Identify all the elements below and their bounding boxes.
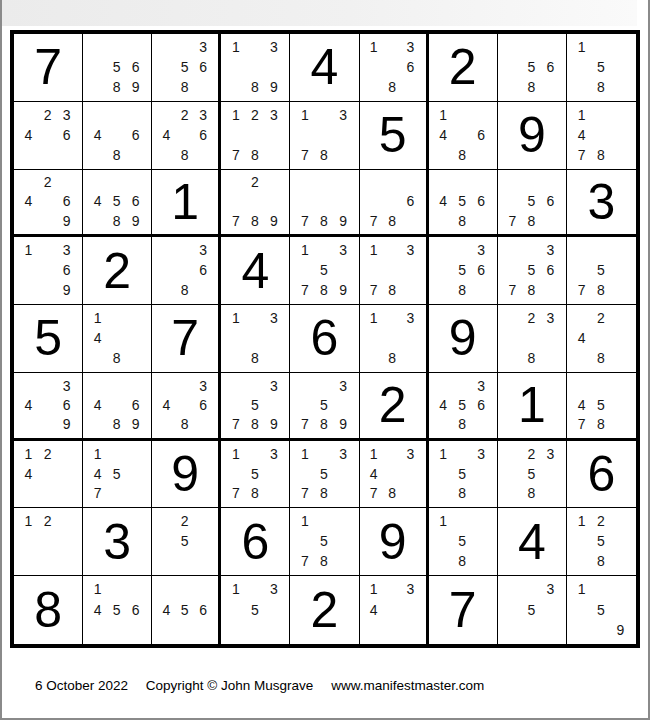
candidate-digit: 1: [88, 579, 107, 599]
pencil-marks: 3568: [152, 34, 218, 101]
cell-r4c7[interactable]: 3568: [429, 237, 498, 305]
candidate-digit: 9: [334, 414, 353, 433]
candidate-digit: 8: [245, 414, 264, 433]
given-digit: 4: [311, 42, 339, 92]
candidate-digit: 5: [107, 464, 126, 484]
candidate-digit: 8: [176, 280, 194, 300]
candidate-digit: 9: [57, 280, 76, 300]
candidate-digit: 8: [453, 280, 472, 300]
candidate-digit: 1: [226, 579, 245, 599]
pencil-marks: 134: [360, 576, 426, 644]
candidate-digit: 8: [383, 77, 401, 97]
candidate-digit: 6: [472, 260, 491, 280]
cell-r4c5[interactable]: 135789: [290, 237, 359, 305]
cell-r3c8[interactable]: 5678: [498, 170, 567, 238]
candidate-digit: 8: [314, 551, 333, 571]
candidate-digit: 1: [365, 240, 383, 260]
candidate-digit: 2: [522, 444, 541, 464]
cell-r3c1[interactable]: 2469: [14, 170, 83, 238]
candidate-digit: 4: [88, 125, 107, 145]
cell-r6c1[interactable]: 3469: [14, 373, 83, 441]
given-digit: 2: [379, 380, 407, 430]
pencil-marks: 3469: [14, 373, 82, 438]
cell-r7c8[interactable]: 2358: [498, 441, 567, 509]
candidate-digit: 5: [314, 260, 333, 280]
candidate-digit: 8: [107, 145, 126, 165]
candidate-digit: 6: [541, 192, 560, 211]
given-digit: 4: [518, 517, 546, 567]
candidate-digit: 7: [365, 484, 383, 504]
footer-date: 6 October 2022: [35, 678, 128, 693]
cell-r1c6[interactable]: 1368: [360, 34, 429, 102]
candidate-digit: 1: [365, 308, 383, 328]
pencil-marks: 238: [498, 305, 566, 372]
pencil-marks: 4568: [429, 170, 497, 235]
pencil-marks: 35678: [498, 237, 566, 304]
candidate-digit: 6: [472, 395, 491, 414]
pencil-marks: 23468: [152, 102, 218, 169]
cell-r9c7[interactable]: 7: [429, 576, 498, 644]
candidate-digit: 7: [226, 484, 245, 504]
candidate-digit: 7: [226, 145, 245, 165]
candidate-digit: 4: [157, 599, 175, 619]
cell-r6c8[interactable]: 1: [498, 373, 567, 441]
candidate-digit: 5: [245, 464, 264, 484]
pencil-marks: 578: [567, 237, 636, 304]
candidate-digit: 6: [472, 192, 491, 211]
pencil-marks: 1258: [567, 508, 636, 575]
footer: 6 October 2022 Copyright © John Musgrave…: [35, 678, 484, 693]
given-digit: 2: [311, 585, 339, 635]
candidate-digit: 3: [264, 37, 283, 57]
cell-r6c6[interactable]: 2: [360, 373, 429, 441]
candidate-digit: 5: [453, 395, 472, 414]
candidate-digit: 6: [57, 192, 76, 211]
candidate-digit: 9: [334, 280, 353, 300]
candidate-digit: 5: [591, 260, 610, 280]
candidate-digit: 5: [245, 599, 264, 619]
candidate-digit: 1: [434, 511, 453, 531]
candidate-digit: 5: [314, 464, 333, 484]
cell-r2c1[interactable]: 2346: [14, 102, 83, 170]
candidate-digit: 3: [541, 308, 560, 328]
cell-r8c1[interactable]: 12: [14, 508, 83, 576]
candidate-digit: 5: [314, 531, 333, 551]
candidate-digit: 6: [126, 599, 145, 619]
candidate-digit: 6: [401, 192, 419, 211]
cell-r7c7[interactable]: 1358: [429, 441, 498, 509]
candidate-digit: 6: [194, 125, 212, 145]
candidate-digit: 7: [572, 145, 591, 165]
pencil-marks: 789: [290, 170, 358, 235]
cell-r8c3[interactable]: 25: [152, 508, 221, 576]
cell-r1c9[interactable]: 158: [567, 34, 636, 102]
pencil-marks: 35: [498, 576, 566, 644]
cell-r9c6[interactable]: 134: [360, 576, 429, 644]
cell-r8c8[interactable]: 4: [498, 508, 567, 576]
candidate-digit: 9: [264, 211, 283, 230]
candidate-digit: 5: [176, 57, 194, 77]
candidate-digit: 5: [522, 599, 541, 619]
candidate-digit: 6: [541, 57, 560, 77]
cell-r9c5[interactable]: 2: [290, 576, 359, 644]
candidate-digit: 9: [126, 211, 145, 230]
candidate-digit: 8: [245, 77, 264, 97]
cell-r6c9[interactable]: 4578: [567, 373, 636, 441]
candidate-digit: 5: [591, 531, 610, 551]
candidate-digit: 8: [453, 484, 472, 504]
candidate-digit: 3: [334, 105, 353, 125]
given-digit: 9: [171, 449, 199, 499]
cell-r4c6[interactable]: 1378: [360, 237, 429, 305]
sudoku-board: 7568935681389413682568158234646823468123…: [10, 30, 640, 648]
candidate-digit: 8: [591, 551, 610, 571]
cell-r6c7[interactable]: 34568: [429, 373, 498, 441]
candidate-digit: 1: [19, 240, 38, 260]
pencil-marks: 1378: [290, 102, 358, 169]
candidate-digit: 7: [226, 211, 245, 230]
cell-r5c5[interactable]: 6: [290, 305, 359, 373]
cell-r7c2[interactable]: 1457: [83, 441, 152, 509]
candidate-digit: 7: [295, 211, 314, 230]
candidate-digit: 2: [522, 308, 541, 328]
candidate-digit: 4: [572, 328, 591, 348]
pencil-marks: 1468: [429, 102, 497, 169]
candidate-digit: 6: [57, 395, 76, 414]
candidate-digit: 2: [245, 173, 264, 192]
pencil-marks: 1389: [221, 34, 289, 101]
candidate-digit: 6: [126, 192, 145, 211]
candidate-digit: 7: [295, 414, 314, 433]
candidate-digit: 5: [453, 464, 472, 484]
cell-r9c4[interactable]: 135: [221, 576, 290, 644]
cell-r1c8[interactable]: 568: [498, 34, 567, 102]
candidate-digit: 5: [522, 260, 541, 280]
candidate-digit: 8: [522, 484, 541, 504]
cell-r3c5[interactable]: 789: [290, 170, 359, 238]
cell-r2c3[interactable]: 23468: [152, 102, 221, 170]
cell-r5c7[interactable]: 9: [429, 305, 498, 373]
candidate-digit: 5: [453, 531, 472, 551]
candidate-digit: 1: [295, 105, 314, 125]
candidate-digit: 8: [176, 77, 194, 97]
candidate-digit: 2: [38, 105, 57, 125]
candidate-digit: 1: [365, 37, 383, 57]
cell-r1c2[interactable]: 5689: [83, 34, 152, 102]
candidate-digit: 3: [401, 308, 419, 328]
cell-r2c7[interactable]: 1468: [429, 102, 498, 170]
cell-r1c5[interactable]: 4: [290, 34, 359, 102]
cell-r8c4[interactable]: 6: [221, 508, 290, 576]
candidate-digit: 5: [107, 57, 126, 77]
candidate-digit: 6: [541, 260, 560, 280]
candidate-digit: 1: [434, 444, 453, 464]
pencil-marks: 1368: [360, 34, 426, 101]
candidate-digit: 4: [365, 599, 383, 619]
pencil-marks: 1478: [567, 102, 636, 169]
cell-r5c3[interactable]: 7: [152, 305, 221, 373]
candidate-digit: 3: [57, 105, 76, 125]
candidate-digit: 7: [295, 280, 314, 300]
pencil-marks: 13578: [221, 441, 289, 508]
cell-r1c3[interactable]: 3568: [152, 34, 221, 102]
candidate-digit: 8: [383, 280, 401, 300]
candidate-digit: 3: [194, 105, 212, 125]
given-digit: 1: [171, 177, 199, 227]
candidate-digit: 8: [453, 551, 472, 571]
candidate-digit: 4: [88, 328, 107, 348]
candidate-digit: 4: [19, 125, 38, 145]
candidate-digit: 5: [314, 395, 333, 414]
given-digit: 4: [241, 246, 269, 296]
cell-r4c3[interactable]: 368: [152, 237, 221, 305]
candidate-digit: 9: [264, 414, 283, 433]
cell-r9c2[interactable]: 1456: [83, 576, 152, 644]
cell-r9c1[interactable]: 8: [14, 576, 83, 644]
candidate-digit: 5: [522, 57, 541, 77]
pencil-marks: 25: [152, 508, 218, 575]
cell-r8c7[interactable]: 158: [429, 508, 498, 576]
cell-r6c2[interactable]: 4689: [83, 373, 152, 441]
cell-r9c8[interactable]: 35: [498, 576, 567, 644]
candidate-digit: 8: [245, 484, 264, 504]
pencil-marks: 2346: [14, 102, 82, 169]
candidate-digit: 3: [264, 308, 283, 328]
cell-r7c4[interactable]: 13578: [221, 441, 290, 509]
candidate-digit: 8: [383, 484, 401, 504]
candidate-digit: 8: [314, 484, 333, 504]
cell-r3c7[interactable]: 4568: [429, 170, 498, 238]
candidate-digit: 6: [401, 57, 419, 77]
candidate-digit: 8: [522, 77, 541, 97]
candidate-digit: 5: [176, 599, 194, 619]
cell-r1c7[interactable]: 2: [429, 34, 498, 102]
pencil-marks: 1457: [83, 441, 151, 508]
candidate-digit: 8: [453, 414, 472, 433]
candidate-digit: 1: [434, 105, 453, 125]
cell-r3c2[interactable]: 45689: [83, 170, 152, 238]
candidate-digit: 4: [88, 599, 107, 619]
candidate-digit: 9: [126, 414, 145, 433]
candidate-digit: 1: [572, 511, 591, 531]
pencil-marks: 35789: [290, 373, 358, 438]
pencil-marks: 138: [360, 305, 426, 372]
pencil-marks: 4578: [567, 373, 636, 438]
cell-r4c2[interactable]: 2: [83, 237, 152, 305]
cell-r2c2[interactable]: 468: [83, 102, 152, 170]
given-digit: 6: [311, 313, 339, 363]
cell-r1c1[interactable]: 7: [14, 34, 83, 102]
pencil-marks: 35789: [221, 373, 289, 438]
candidate-digit: 1: [295, 444, 314, 464]
candidate-digit: 8: [107, 211, 126, 230]
candidate-digit: 2: [176, 105, 194, 125]
cell-r7c9[interactable]: 6: [567, 441, 636, 509]
given-digit: 8: [34, 585, 62, 635]
candidate-digit: 3: [264, 579, 283, 599]
candidate-digit: 1: [226, 105, 245, 125]
cell-r8c5[interactable]: 1578: [290, 508, 359, 576]
given-digit: 3: [588, 177, 616, 227]
candidate-digit: 1: [365, 444, 383, 464]
cell-r5c2[interactable]: 148: [83, 305, 152, 373]
candidate-digit: 1: [572, 579, 591, 599]
candidate-digit: 5: [453, 260, 472, 280]
candidate-digit: 8: [591, 145, 610, 165]
candidate-digit: 3: [194, 240, 212, 260]
cell-r3c4[interactable]: 2789: [221, 170, 290, 238]
candidate-digit: 3: [472, 444, 491, 464]
cell-r8c2[interactable]: 3: [83, 508, 152, 576]
candidate-digit: 3: [541, 444, 560, 464]
cell-r5c9[interactable]: 248: [567, 305, 636, 373]
pencil-marks: 456: [152, 576, 218, 644]
candidate-digit: 8: [591, 348, 610, 368]
candidate-digit: 9: [57, 414, 76, 433]
cell-r1c4[interactable]: 1389: [221, 34, 290, 102]
pencil-marks: 138: [221, 305, 289, 372]
candidate-digit: 4: [157, 125, 175, 145]
candidate-digit: 3: [264, 105, 283, 125]
candidate-digit: 7: [503, 280, 522, 300]
cell-r2c6[interactable]: 5: [360, 102, 429, 170]
cell-r3c9[interactable]: 3: [567, 170, 636, 238]
candidate-digit: 1: [226, 308, 245, 328]
candidate-digit: 2: [176, 511, 194, 531]
candidate-digit: 8: [383, 211, 401, 230]
candidate-digit: 8: [522, 348, 541, 368]
pencil-marks: 5678: [498, 170, 566, 235]
candidate-digit: 6: [194, 599, 212, 619]
cell-r5c4[interactable]: 138: [221, 305, 290, 373]
candidate-digit: 6: [126, 125, 145, 145]
pencil-marks: 1369: [14, 237, 82, 304]
cell-r2c5[interactable]: 1378: [290, 102, 359, 170]
candidate-digit: 2: [591, 511, 610, 531]
candidate-digit: 6: [57, 125, 76, 145]
candidate-digit: 1: [226, 37, 245, 57]
candidate-digit: 3: [264, 444, 283, 464]
pencil-marks: 5689: [83, 34, 151, 101]
cell-r7c1[interactable]: 124: [14, 441, 83, 509]
candidate-digit: 5: [107, 192, 126, 211]
cell-r4c4[interactable]: 4: [221, 237, 290, 305]
given-digit: 2: [103, 246, 131, 296]
pencil-marks: 124: [14, 441, 82, 508]
candidate-digit: 7: [572, 414, 591, 433]
cell-r4c1[interactable]: 1369: [14, 237, 83, 305]
candidate-digit: 4: [19, 192, 38, 211]
cell-r7c5[interactable]: 13578: [290, 441, 359, 509]
candidate-digit: 9: [126, 77, 145, 97]
candidate-digit: 7: [295, 551, 314, 571]
cell-r4c8[interactable]: 35678: [498, 237, 567, 305]
cell-r2c8[interactable]: 9: [498, 102, 567, 170]
candidate-digit: 8: [176, 414, 194, 433]
cell-r9c9[interactable]: 159: [567, 576, 636, 644]
cell-r9c3[interactable]: 456: [152, 576, 221, 644]
cell-r3c6[interactable]: 678: [360, 170, 429, 238]
candidate-digit: 3: [401, 444, 419, 464]
given-digit: 1: [518, 380, 546, 430]
cell-r7c6[interactable]: 13478: [360, 441, 429, 509]
given-digit: 3: [103, 517, 131, 567]
pencil-marks: 248: [567, 305, 636, 372]
cell-r8c9[interactable]: 1258: [567, 508, 636, 576]
cell-r7c3[interactable]: 9: [152, 441, 221, 509]
candidate-digit: 6: [194, 57, 212, 77]
candidate-digit: 4: [365, 464, 383, 484]
footer-copyright: Copyright © John Musgrave: [146, 678, 314, 693]
candidate-digit: 6: [194, 395, 212, 414]
cell-r2c4[interactable]: 12378: [221, 102, 290, 170]
cell-r6c4[interactable]: 35789: [221, 373, 290, 441]
pencil-marks: 135789: [290, 237, 358, 304]
candidate-digit: 8: [176, 145, 194, 165]
candidate-digit: 7: [295, 484, 314, 504]
cell-r6c3[interactable]: 3468: [152, 373, 221, 441]
candidate-digit: 3: [334, 240, 353, 260]
candidate-digit: 2: [38, 173, 57, 192]
pencil-marks: 12: [14, 508, 82, 575]
pencil-marks: 568: [498, 34, 566, 101]
candidate-digit: 5: [522, 192, 541, 211]
candidate-digit: 4: [19, 395, 38, 414]
pencil-marks: 368: [152, 237, 218, 304]
candidate-digit: 5: [245, 395, 264, 414]
given-digit: 7: [171, 313, 199, 363]
cell-r8c6[interactable]: 9: [360, 508, 429, 576]
pencil-marks: 135: [221, 576, 289, 644]
candidate-digit: 8: [522, 211, 541, 230]
pencil-marks: 678: [360, 170, 426, 235]
given-digit: 5: [379, 110, 407, 160]
cell-r6c5[interactable]: 35789: [290, 373, 359, 441]
given-digit: 2: [449, 42, 477, 92]
candidate-digit: 8: [245, 145, 264, 165]
cell-r4c9[interactable]: 578: [567, 237, 636, 305]
pencil-marks: 158: [567, 34, 636, 101]
candidate-digit: 7: [572, 280, 591, 300]
candidate-digit: 8: [591, 414, 610, 433]
candidate-digit: 8: [314, 211, 333, 230]
cell-r5c6[interactable]: 138: [360, 305, 429, 373]
candidate-digit: 4: [88, 464, 107, 484]
candidate-digit: 9: [264, 77, 283, 97]
cell-r5c1[interactable]: 5: [14, 305, 83, 373]
candidate-digit: 7: [88, 484, 107, 504]
pencil-marks: 34568: [429, 373, 497, 438]
given-digit: 7: [34, 42, 62, 92]
given-digit: 6: [241, 517, 269, 567]
candidate-digit: 7: [503, 211, 522, 230]
cell-r3c3[interactable]: 1: [152, 170, 221, 238]
pencil-marks: 3468: [152, 373, 218, 438]
pencil-marks: 1578: [290, 508, 358, 575]
given-digit: 5: [34, 313, 62, 363]
candidate-digit: 3: [541, 240, 560, 260]
footer-website: www.manifestmaster.com: [331, 678, 484, 693]
candidate-digit: 5: [522, 464, 541, 484]
candidate-digit: 8: [591, 77, 610, 97]
candidate-digit: 1: [295, 240, 314, 260]
candidate-digit: 5: [453, 192, 472, 211]
candidate-digit: 1: [88, 444, 107, 464]
cell-r5c8[interactable]: 238: [498, 305, 567, 373]
cell-r2c9[interactable]: 1478: [567, 102, 636, 170]
candidate-digit: 3: [194, 376, 212, 395]
candidate-digit: 1: [19, 511, 38, 531]
